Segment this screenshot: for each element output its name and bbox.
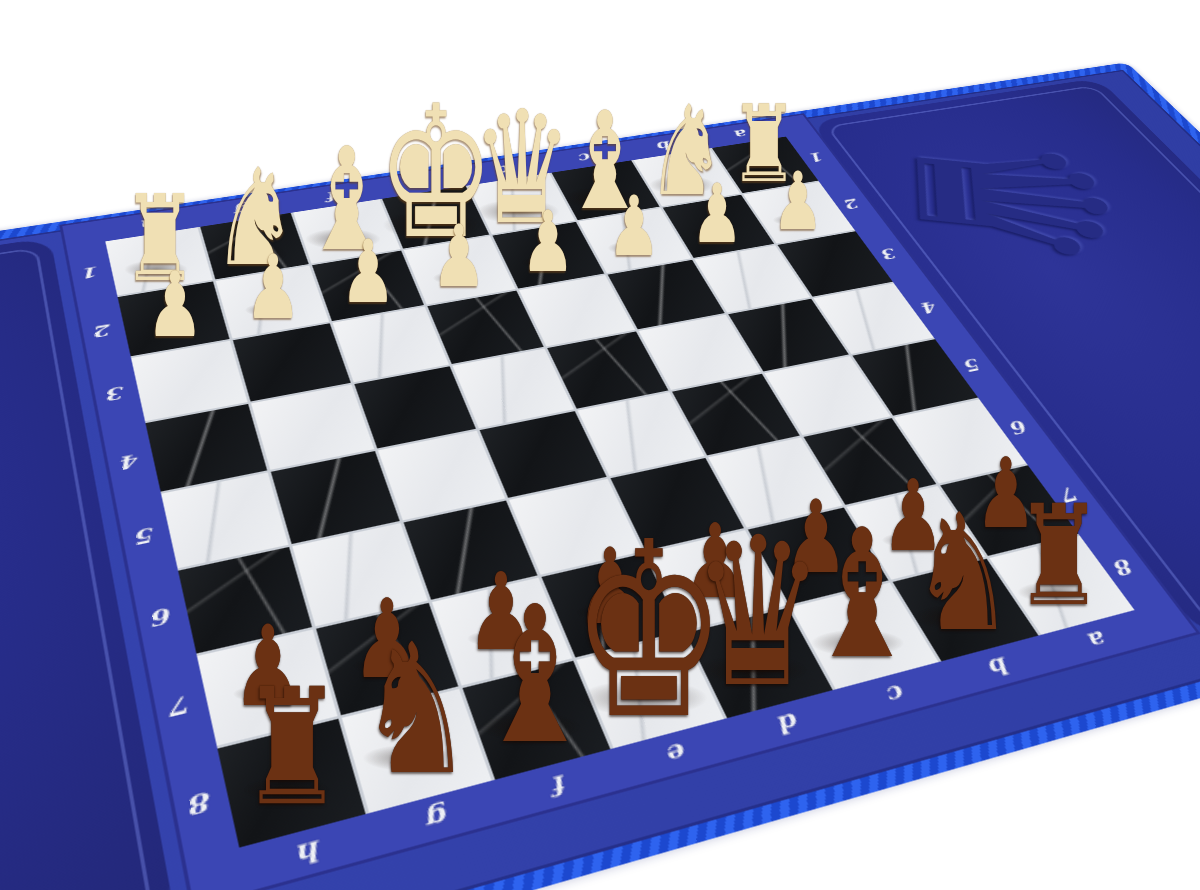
pieces-layer: ♜♞♝♛♚♝♞♜♟♟♟♟♟♟♟♟♟♟♟♟♟♟♟♟♜♞♝♛♚♝♞♜ — [0, 0, 1200, 890]
white-pawn-d2[interactable]: ♟ — [521, 200, 575, 284]
white-pawn-h2[interactable]: ♟ — [145, 260, 203, 350]
black-rook-h8[interactable]: ♜ — [240, 668, 344, 829]
scene: ♛ 1122334455667788hhggffeeddccbbaa ♜♞♝♛♚… — [0, 0, 1200, 890]
white-pawn-b2[interactable]: ♟ — [691, 173, 744, 255]
black-knight-g8[interactable]: ♞ — [358, 620, 474, 800]
black-rook-a8[interactable]: ♜ — [1014, 487, 1103, 626]
black-knight-b8[interactable]: ♞ — [910, 493, 1014, 655]
white-pawn-f2[interactable]: ♟ — [339, 229, 395, 316]
black-bishop-f8[interactable]: ♝ — [474, 582, 596, 771]
white-pawn-c2[interactable]: ♟ — [607, 187, 661, 270]
white-pawn-g2[interactable]: ♟ — [244, 244, 301, 333]
white-pawn-a2[interactable]: ♟ — [772, 161, 824, 241]
white-pawn-e2[interactable]: ♟ — [432, 214, 487, 300]
